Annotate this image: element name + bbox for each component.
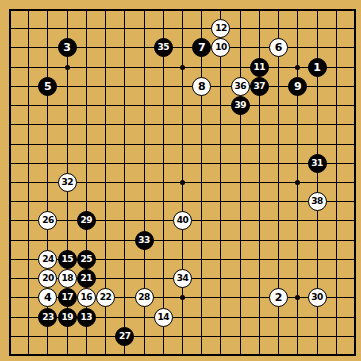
grid-line-vertical xyxy=(201,9,202,357)
star-point xyxy=(295,65,300,70)
move-number: 5 xyxy=(44,81,52,92)
grid-line-horizontal xyxy=(9,336,357,337)
move-number: 23 xyxy=(42,313,54,322)
grid-line-vertical xyxy=(220,9,221,357)
grid-line-horizontal xyxy=(9,201,357,202)
move-number: 29 xyxy=(81,216,93,225)
move-number: 26 xyxy=(42,216,54,225)
stone-white[interactable]: 34 xyxy=(173,269,192,288)
grid-line-vertical xyxy=(240,9,241,357)
move-number: 18 xyxy=(61,274,73,283)
move-number: 34 xyxy=(177,274,189,283)
move-number: 38 xyxy=(311,197,323,206)
stone-white[interactable]: 4 xyxy=(38,288,57,307)
move-number: 4 xyxy=(44,292,52,303)
move-number: 39 xyxy=(234,101,246,110)
move-number: 20 xyxy=(42,274,54,283)
move-number: 9 xyxy=(294,81,302,92)
stone-white[interactable]: 12 xyxy=(211,19,230,38)
move-number: 8 xyxy=(198,81,206,92)
move-number: 13 xyxy=(81,313,93,322)
stone-white[interactable]: 38 xyxy=(308,192,327,211)
grid-line-horizontal xyxy=(9,240,357,241)
move-number: 12 xyxy=(215,24,227,33)
move-number: 3 xyxy=(63,42,71,53)
stone-black[interactable]: 17 xyxy=(58,288,77,307)
stone-white[interactable]: 10 xyxy=(211,38,230,57)
stone-black[interactable]: 39 xyxy=(231,96,250,115)
stone-black[interactable]: 33 xyxy=(135,231,154,250)
stone-black[interactable]: 19 xyxy=(58,308,77,327)
star-point xyxy=(295,180,300,185)
stone-white[interactable]: 22 xyxy=(96,288,115,307)
go-board[interactable]: 1234567891011121314151617181920212223242… xyxy=(0,0,361,361)
stone-white[interactable]: 40 xyxy=(173,211,192,230)
star-point xyxy=(180,180,185,185)
move-number: 19 xyxy=(61,313,73,322)
stone-white[interactable]: 6 xyxy=(269,38,288,57)
move-number: 30 xyxy=(311,293,323,302)
stone-black[interactable]: 13 xyxy=(77,308,96,327)
stone-white[interactable]: 20 xyxy=(38,269,57,288)
grid-line-vertical xyxy=(336,9,337,357)
grid-line-vertical xyxy=(354,9,356,357)
move-number: 1 xyxy=(313,62,321,73)
move-number: 35 xyxy=(158,43,170,52)
stone-white[interactable]: 2 xyxy=(269,288,288,307)
move-number: 31 xyxy=(311,159,323,168)
move-number: 40 xyxy=(177,216,189,225)
move-number: 28 xyxy=(138,293,150,302)
stone-white[interactable]: 28 xyxy=(135,288,154,307)
stone-white[interactable]: 8 xyxy=(192,77,211,96)
stone-white[interactable]: 14 xyxy=(154,308,173,327)
stone-white[interactable]: 16 xyxy=(77,288,96,307)
stone-black[interactable]: 37 xyxy=(250,77,269,96)
stone-black[interactable]: 7 xyxy=(192,38,211,57)
star-point xyxy=(65,65,70,70)
move-number: 27 xyxy=(119,332,131,341)
stone-black[interactable]: 31 xyxy=(308,154,327,173)
stone-black[interactable]: 29 xyxy=(77,211,96,230)
stone-black[interactable]: 3 xyxy=(58,38,77,57)
stone-black[interactable]: 21 xyxy=(77,269,96,288)
stone-black[interactable]: 27 xyxy=(115,327,134,346)
stone-white[interactable]: 26 xyxy=(38,211,57,230)
star-point xyxy=(180,65,185,70)
move-number: 33 xyxy=(138,236,150,245)
move-number: 37 xyxy=(254,82,266,91)
move-number: 22 xyxy=(100,293,112,302)
stone-black[interactable]: 15 xyxy=(58,250,77,269)
stone-black[interactable]: 35 xyxy=(154,38,173,57)
move-number: 17 xyxy=(61,293,73,302)
move-number: 14 xyxy=(158,313,170,322)
star-point xyxy=(295,295,300,300)
move-number: 25 xyxy=(81,255,93,264)
grid-line-horizontal xyxy=(9,354,357,356)
move-number: 7 xyxy=(198,42,206,53)
move-number: 15 xyxy=(61,255,73,264)
move-number: 32 xyxy=(61,178,73,187)
move-number: 21 xyxy=(81,274,93,283)
move-number: 2 xyxy=(275,292,283,303)
move-number: 24 xyxy=(42,255,54,264)
star-point xyxy=(180,295,185,300)
move-number: 16 xyxy=(81,293,93,302)
stone-white[interactable]: 30 xyxy=(308,288,327,307)
stone-white[interactable]: 32 xyxy=(58,173,77,192)
stone-black[interactable]: 9 xyxy=(288,77,307,96)
move-number: 10 xyxy=(215,43,227,52)
stone-black[interactable]: 23 xyxy=(38,308,57,327)
stone-black[interactable]: 25 xyxy=(77,250,96,269)
stone-black[interactable]: 5 xyxy=(38,77,57,96)
stone-white[interactable]: 36 xyxy=(231,77,250,96)
stone-white[interactable]: 24 xyxy=(38,250,57,269)
stone-white[interactable]: 18 xyxy=(58,269,77,288)
move-number: 6 xyxy=(275,42,283,53)
stone-black[interactable]: 1 xyxy=(308,58,327,77)
stone-black[interactable]: 11 xyxy=(250,58,269,77)
move-number: 11 xyxy=(254,63,266,72)
move-number: 36 xyxy=(234,82,246,91)
